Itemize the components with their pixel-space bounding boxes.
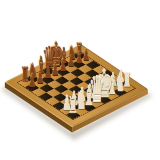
- chess-set-photo: ♜♞♝♛♚♝♞♜♟♟♟♟♟♟♟♟♟♟♟♟♟♟♟♟♜♞♝♛♚♝♞♜: [0, 0, 160, 160]
